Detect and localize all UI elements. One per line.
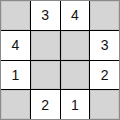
- cell-r3c2[interactable]: [31, 61, 60, 90]
- cell-r3c3[interactable]: [61, 61, 90, 90]
- cell-r4c4[interactable]: [90, 90, 119, 119]
- cell-r1c1[interactable]: [1, 1, 30, 30]
- cell-r2c4: 3: [90, 31, 119, 60]
- cell-r4c2: 2: [31, 90, 60, 119]
- cell-r3c1: 1: [1, 61, 30, 90]
- cell-r2c1: 4: [1, 31, 30, 60]
- cell-r1c3: 4: [61, 1, 90, 30]
- cell-r1c2: 3: [31, 1, 60, 30]
- cell-r4c1[interactable]: [1, 90, 30, 119]
- cell-r1c4[interactable]: [90, 1, 119, 30]
- cell-r2c3[interactable]: [61, 31, 90, 60]
- cell-r4c3: 1: [61, 90, 90, 119]
- cell-r3c4: 2: [90, 61, 119, 90]
- puzzle-board: 34431221: [0, 0, 120, 120]
- cell-r2c2[interactable]: [31, 31, 60, 60]
